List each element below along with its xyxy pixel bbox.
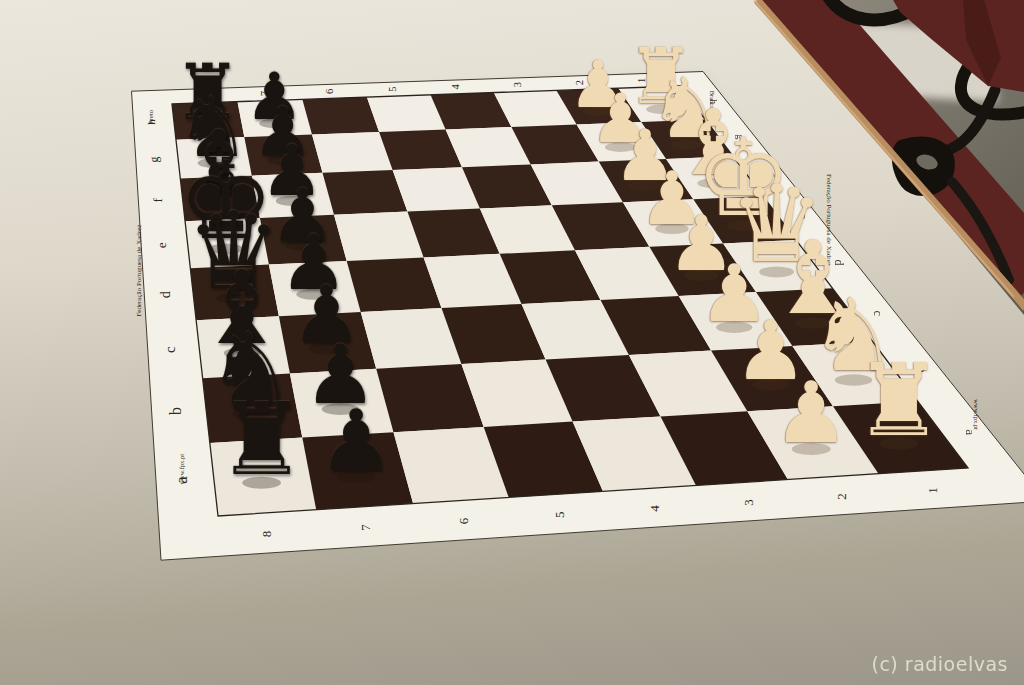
piece-shadow <box>209 244 243 255</box>
square-d8 <box>190 265 279 321</box>
square-g8 <box>176 137 252 179</box>
square-d7 <box>269 261 361 316</box>
file-label-right-d: d <box>832 260 846 266</box>
rank-label-bottom-2: 2 <box>834 493 849 500</box>
rank-label-top-7: 7 <box>259 91 270 96</box>
federation-text-left: Federação Portuguesa de Xadrez <box>135 225 143 317</box>
square-g7 <box>244 135 322 176</box>
piece-shadow <box>655 223 689 234</box>
piece-shadow <box>233 408 270 420</box>
side-label-preto: Preto <box>147 110 154 124</box>
piece-shadow <box>242 477 281 489</box>
piece-shadow <box>203 199 235 209</box>
piece-shadow <box>879 438 918 450</box>
piece-shadow <box>835 374 872 386</box>
rank-label-top-6: 6 <box>324 89 335 94</box>
piece-shadow <box>605 142 636 152</box>
watermark: (c) radioelvas <box>872 653 1008 675</box>
piece-shadow <box>193 121 223 130</box>
file-label-left-c: c <box>162 346 178 353</box>
file-label-left-e: e <box>154 242 169 248</box>
square-b7 <box>290 369 394 438</box>
side-label-branco: Branco <box>709 91 716 110</box>
file-label-left-b: b <box>167 407 184 415</box>
piece-shadow <box>216 293 251 304</box>
square-f7 <box>252 173 334 218</box>
piece-shadow <box>337 471 376 483</box>
rank-label-top-1: 1 <box>636 78 647 83</box>
square-e8 <box>185 218 269 268</box>
rank-label-bottom-1: 1 <box>925 487 940 494</box>
piece-shadow <box>267 156 298 166</box>
piece-shadow <box>671 140 702 150</box>
square-b8 <box>203 374 303 444</box>
file-label-right-a: a <box>963 429 978 435</box>
file-label-right-b: b <box>915 366 930 373</box>
square-c7 <box>279 312 376 374</box>
photo-canvas: 8877665544332211hhggffeeddccbbaaPretoBra… <box>0 0 1024 685</box>
file-label-right-f: f <box>765 173 777 177</box>
piece-shadow <box>322 403 359 415</box>
piece-shadow <box>198 158 229 168</box>
rank-label-bottom-4: 4 <box>647 505 662 512</box>
square-g6 <box>312 132 393 173</box>
square-h6 <box>302 97 379 134</box>
piece-shadow <box>716 322 752 333</box>
piece-shadow <box>697 178 729 188</box>
rank-label-bottom-6: 6 <box>456 517 471 524</box>
piece-shadow <box>259 119 289 128</box>
piece-shadow <box>276 196 308 206</box>
rank-label-bottom-7: 7 <box>358 524 373 531</box>
rank-label-bottom-3: 3 <box>741 499 756 506</box>
square-h8 <box>172 102 244 140</box>
square-c8 <box>196 316 290 378</box>
piece-shadow <box>583 107 613 116</box>
piece-shadow <box>308 343 344 354</box>
piece-shadow <box>646 105 676 114</box>
rank-label-bottom-8: 8 <box>259 531 274 538</box>
rank-label-top-8: 8 <box>195 93 206 98</box>
rank-label-top-4: 4 <box>450 83 461 89</box>
file-label-right-c: c <box>871 310 885 316</box>
piece-shadow <box>792 443 831 455</box>
square-f6 <box>323 170 408 215</box>
rank-label-top-5: 5 <box>387 86 398 91</box>
rank-label-top-3: 3 <box>512 82 523 87</box>
piece-shadow <box>752 379 789 391</box>
rank-label-top-2: 2 <box>574 80 585 85</box>
piece-shadow <box>684 270 719 281</box>
file-label-left-d: d <box>157 291 173 298</box>
website-text-right: www.fpx.pt <box>973 399 980 430</box>
file-label-left-g: g <box>147 156 161 162</box>
scene: 8877665544332211hhggffeeddccbbaaPretoBra… <box>0 0 1024 685</box>
piece-shadow <box>224 347 260 358</box>
file-label-right-g: g <box>735 134 746 140</box>
rank-label-bottom-5: 5 <box>552 512 567 519</box>
piece-shadow <box>286 240 320 251</box>
square-f8 <box>180 176 260 222</box>
piece-shadow <box>296 289 331 300</box>
square-e7 <box>260 215 347 265</box>
piece-shadow <box>759 266 794 277</box>
file-label-right-e: e <box>797 214 809 219</box>
piece-shadow <box>795 317 831 328</box>
piece-shadow <box>629 181 661 191</box>
square-h7 <box>238 99 313 137</box>
website-text-left: www.fpx.pt <box>178 454 185 485</box>
piece-shadow <box>727 220 761 231</box>
federation-text-right: Federação Portuguesa de Xadrez <box>825 174 833 266</box>
